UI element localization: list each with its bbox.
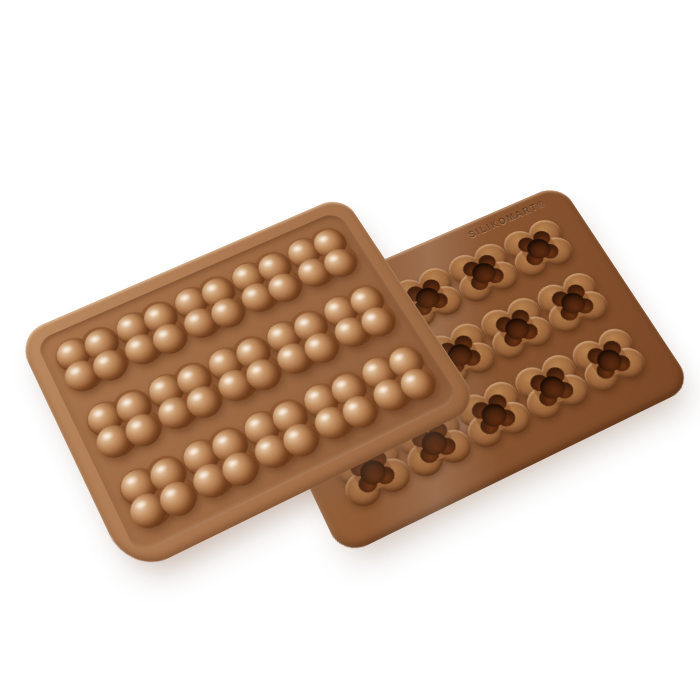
product-photo: SILIKOMART® bbox=[0, 0, 700, 700]
